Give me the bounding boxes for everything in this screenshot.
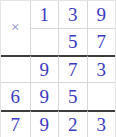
digit-cell: 9 xyxy=(30,82,59,110)
digit-cell: 7 xyxy=(58,55,87,83)
long-multiplication-grid: ×139579736957923 xyxy=(0,0,116,137)
digit-cell: 1 xyxy=(30,1,59,28)
digit-cell: 7 xyxy=(87,28,116,55)
digit-cell: 9 xyxy=(30,55,59,83)
digit-cell: 7 xyxy=(1,110,30,137)
digit-cell: 5 xyxy=(58,28,87,55)
digit-cell: 5 xyxy=(58,82,87,110)
digit-cell: 3 xyxy=(87,110,116,137)
empty-cell xyxy=(1,55,30,83)
digit-cell: 3 xyxy=(58,1,87,28)
digit-cell: 2 xyxy=(58,110,87,137)
empty-cell xyxy=(87,82,116,110)
digit-cell: 3 xyxy=(87,55,116,83)
multiply-sign: × xyxy=(1,1,30,55)
digit-cell: 9 xyxy=(87,1,116,28)
empty-cell xyxy=(30,28,59,55)
digit-cell: 6 xyxy=(1,82,30,110)
digit-cell: 9 xyxy=(30,110,59,137)
